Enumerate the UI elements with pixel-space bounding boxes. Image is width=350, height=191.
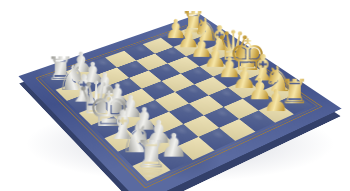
chess-board: ♜♜♞♞♝♝♛♛♚♚♝♝♞♞♜♜♟♟♟♟♟♟♟♟♟♟♟♟♟♟♟♟♟♟♟♟♟♟♟♟…: [18, 13, 341, 191]
board-perspective: ♜♜♞♞♝♝♛♛♚♚♝♝♞♞♜♜♟♟♟♟♟♟♟♟♟♟♟♟♟♟♟♟♟♟♟♟♟♟♟♟…: [0, 0, 350, 191]
gold-pawn[interactable]: ♟: [247, 86, 305, 116]
chess-set-photo: ♜♜♞♞♝♝♛♛♚♚♝♝♞♞♜♜♟♟♟♟♟♟♟♟♟♟♟♟♟♟♟♟♟♟♟♟♟♟♟♟…: [0, 0, 350, 191]
silver-rook[interactable]: ♜: [119, 135, 183, 173]
